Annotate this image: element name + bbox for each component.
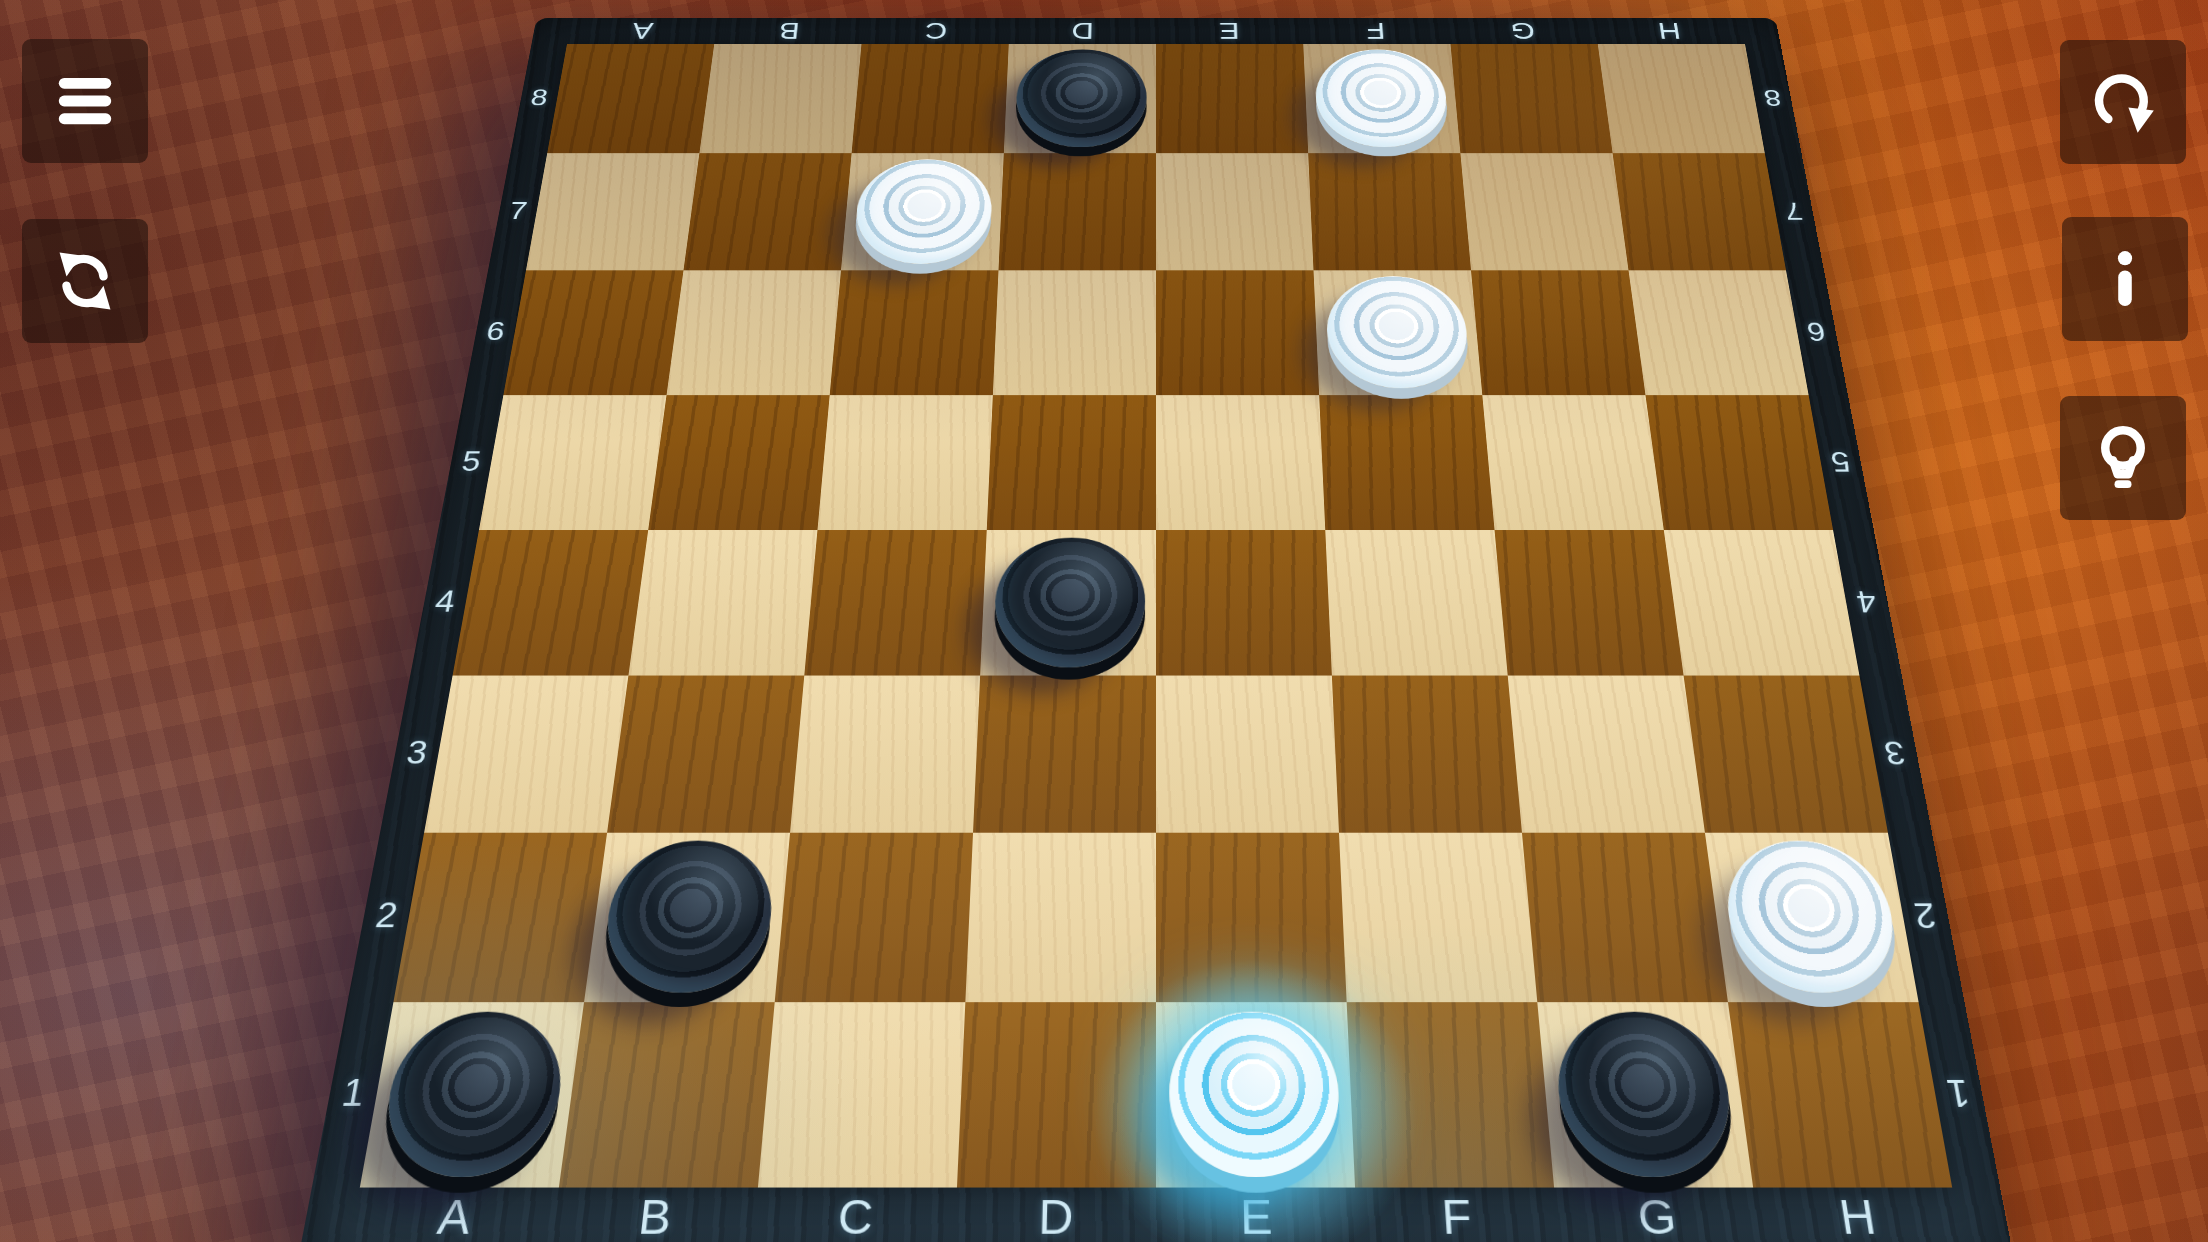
square-f7[interactable] bbox=[1308, 153, 1471, 270]
file-label-bottom-E: E bbox=[1240, 1193, 1273, 1242]
rank-label-right-3: 3 bbox=[1882, 736, 1908, 768]
square-h4[interactable] bbox=[1664, 530, 1860, 675]
square-b6[interactable] bbox=[666, 270, 841, 395]
hint-button[interactable] bbox=[2060, 396, 2186, 520]
square-g2[interactable] bbox=[1522, 832, 1728, 1002]
square-e4[interactable] bbox=[1156, 530, 1332, 675]
rank-label-right-4: 4 bbox=[1854, 587, 1879, 617]
square-b5[interactable] bbox=[648, 395, 829, 530]
square-e8[interactable] bbox=[1156, 44, 1308, 153]
square-c2[interactable] bbox=[775, 832, 973, 1002]
square-a8[interactable] bbox=[547, 44, 714, 153]
square-b8[interactable] bbox=[699, 44, 861, 153]
square-d6[interactable] bbox=[993, 270, 1156, 395]
rank-label-left-2: 2 bbox=[373, 898, 400, 933]
square-a2[interactable] bbox=[393, 832, 607, 1002]
rank-label-left-5: 5 bbox=[460, 448, 484, 476]
square-c5[interactable] bbox=[817, 395, 992, 530]
rotate-cycle-icon bbox=[48, 244, 122, 318]
file-label-top-A: A bbox=[631, 20, 655, 43]
square-h5[interactable] bbox=[1646, 395, 1834, 530]
square-d3[interactable] bbox=[973, 675, 1156, 832]
square-d7[interactable] bbox=[999, 153, 1156, 270]
file-label-top-D: D bbox=[1071, 20, 1094, 43]
square-f3[interactable] bbox=[1332, 675, 1522, 832]
square-c1[interactable] bbox=[758, 1002, 965, 1187]
square-e5[interactable] bbox=[1156, 395, 1325, 530]
square-a6[interactable] bbox=[503, 270, 683, 395]
file-label-top-G: G bbox=[1509, 20, 1535, 43]
rank-label-right-1: 1 bbox=[1944, 1074, 1973, 1112]
rank-label-left-6: 6 bbox=[484, 319, 507, 345]
rank-label-left-4: 4 bbox=[433, 587, 458, 617]
rank-label-right-6: 6 bbox=[1805, 319, 1828, 345]
file-label-bottom-G: G bbox=[1636, 1193, 1679, 1242]
file-labels-top: ABCDEFGH bbox=[567, 18, 1745, 44]
undo-button[interactable] bbox=[2060, 40, 2186, 164]
square-g4[interactable] bbox=[1495, 530, 1684, 675]
square-h8[interactable] bbox=[1598, 44, 1765, 153]
square-b7[interactable] bbox=[684, 153, 852, 270]
file-label-bottom-D: D bbox=[1038, 1193, 1074, 1242]
rank-label-left-8: 8 bbox=[529, 86, 550, 108]
square-f2[interactable] bbox=[1339, 832, 1537, 1002]
rank-label-left-3: 3 bbox=[404, 736, 430, 768]
rank-label-right-5: 5 bbox=[1829, 448, 1853, 476]
undo-arrow-icon bbox=[2086, 65, 2160, 139]
square-c6[interactable] bbox=[830, 270, 999, 395]
hamburger-menu-icon bbox=[48, 64, 122, 138]
square-g5[interactable] bbox=[1482, 395, 1663, 530]
square-b4[interactable] bbox=[628, 530, 817, 675]
square-a7[interactable] bbox=[526, 153, 699, 270]
file-label-top-C: C bbox=[924, 20, 948, 43]
square-b3[interactable] bbox=[607, 675, 804, 832]
square-h6[interactable] bbox=[1628, 270, 1808, 395]
file-label-top-B: B bbox=[778, 20, 801, 43]
info-button[interactable] bbox=[2062, 217, 2188, 341]
file-labels-bottom: ABCDEFGH bbox=[349, 1188, 1963, 1242]
black-checker-d8[interactable] bbox=[1014, 49, 1146, 147]
square-h1[interactable] bbox=[1728, 1002, 1952, 1187]
square-h7[interactable] bbox=[1613, 153, 1786, 270]
square-d2[interactable] bbox=[965, 832, 1156, 1002]
square-e3[interactable] bbox=[1156, 675, 1339, 832]
file-label-bottom-A: A bbox=[435, 1193, 475, 1242]
rank-label-left-1: 1 bbox=[339, 1074, 368, 1112]
square-f5[interactable] bbox=[1319, 395, 1494, 530]
menu-button[interactable] bbox=[22, 39, 148, 163]
square-b1[interactable] bbox=[559, 1002, 775, 1187]
play-area bbox=[360, 44, 1952, 1188]
rank-label-right-2: 2 bbox=[1912, 898, 1939, 933]
square-e7[interactable] bbox=[1156, 153, 1313, 270]
square-d1[interactable] bbox=[957, 1002, 1156, 1187]
square-e6[interactable] bbox=[1156, 270, 1319, 395]
square-g6[interactable] bbox=[1471, 270, 1646, 395]
square-e2[interactable] bbox=[1156, 832, 1347, 1002]
file-label-top-H: H bbox=[1656, 20, 1682, 43]
rank-label-right-8: 8 bbox=[1762, 86, 1783, 108]
file-label-bottom-F: F bbox=[1440, 1193, 1473, 1242]
rank-label-right-7: 7 bbox=[1783, 199, 1805, 223]
rank-label-left-7: 7 bbox=[507, 199, 529, 223]
lightbulb-icon bbox=[2086, 421, 2160, 495]
square-g8[interactable] bbox=[1450, 44, 1612, 153]
checkers-board: ABCDEFGH ABCDEFGH 87654321 87654321 bbox=[346, 0, 1966, 1242]
square-c3[interactable] bbox=[790, 675, 980, 832]
square-g7[interactable] bbox=[1460, 153, 1628, 270]
square-h3[interactable] bbox=[1684, 675, 1888, 832]
file-label-top-E: E bbox=[1219, 20, 1240, 43]
file-label-top-F: F bbox=[1366, 20, 1386, 43]
rotate-board-button[interactable] bbox=[22, 219, 148, 343]
file-label-bottom-C: C bbox=[836, 1193, 874, 1242]
square-c4[interactable] bbox=[804, 530, 986, 675]
square-a4[interactable] bbox=[453, 530, 649, 675]
square-f4[interactable] bbox=[1325, 530, 1507, 675]
square-g3[interactable] bbox=[1508, 675, 1705, 832]
square-a5[interactable] bbox=[479, 395, 667, 530]
file-label-bottom-H: H bbox=[1836, 1193, 1879, 1242]
square-a3[interactable] bbox=[424, 675, 628, 832]
square-c8[interactable] bbox=[852, 44, 1009, 153]
info-icon bbox=[2088, 242, 2162, 316]
square-d5[interactable] bbox=[987, 395, 1156, 530]
square-f1[interactable] bbox=[1347, 1002, 1554, 1187]
file-label-bottom-B: B bbox=[636, 1193, 674, 1242]
